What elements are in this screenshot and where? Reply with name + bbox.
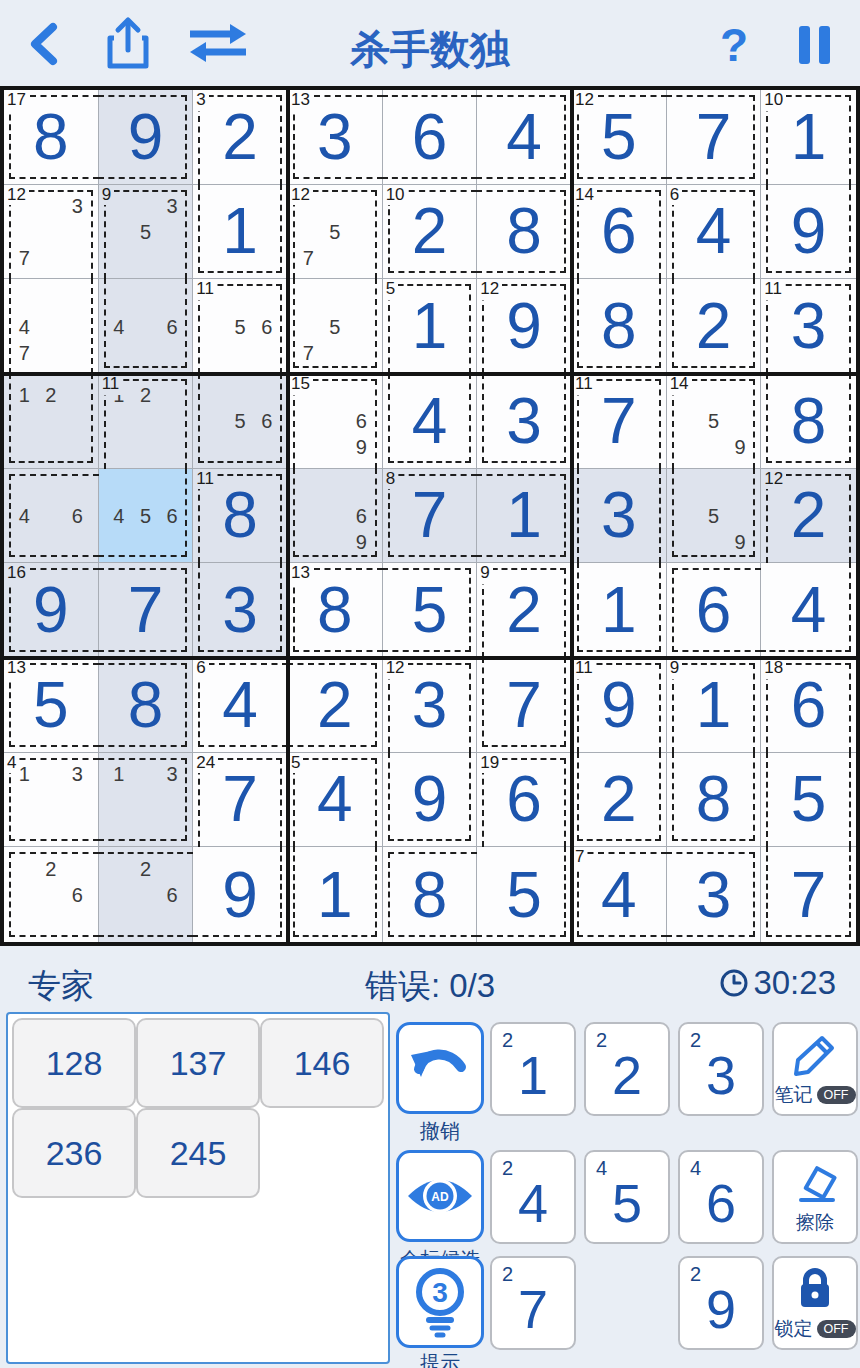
timer-value: 30:23 (753, 964, 836, 1002)
cage-sum-label: 11 (764, 280, 785, 300)
cell-r6c3[interactable]: 3 (193, 563, 288, 658)
cell-value: 9 (193, 847, 287, 942)
cell-r2c5[interactable]: 102 (383, 185, 478, 280)
cell-r9c3[interactable]: 9 (193, 847, 288, 942)
cell-r1c4[interactable]: 133 (288, 90, 383, 185)
candidates: 47 (11, 288, 91, 366)
candidates: 26 (106, 856, 186, 935)
cell-value: 1 (193, 185, 287, 279)
cell-r8c4[interactable]: 54 (288, 753, 383, 848)
cage-sum-label: 11 (102, 375, 123, 395)
cell-value: 5 (761, 753, 856, 847)
cell-r5c9[interactable]: 122 (761, 469, 856, 564)
cell-value: 2 (572, 753, 666, 847)
cell-r7c8[interactable]: 91 (667, 658, 762, 753)
cell-r8c6[interactable]: 196 (477, 753, 572, 848)
cell-r5c2[interactable]: 456 (99, 469, 194, 564)
cell-r9c5[interactable]: 8 (383, 847, 478, 942)
cage-sum-label: 12 (764, 470, 786, 490)
cage-sum-label: 12 (7, 186, 29, 206)
cell-value: 3 (572, 469, 666, 563)
cell-r4c8[interactable]: 1459 (667, 374, 762, 469)
cage-sum-label: 10 (386, 186, 408, 206)
cage-sum-label: 10 (764, 91, 786, 111)
cell-r5c5[interactable]: 87 (383, 469, 478, 564)
svg-text:AD: AD (431, 1190, 449, 1204)
numpad-2[interactable]: 2 2 (584, 1022, 670, 1116)
cell-r1c2[interactable]: 9 (99, 90, 194, 185)
cell-value: 8 (99, 658, 193, 752)
cell-value: 7 (99, 563, 193, 657)
cell-r8c9[interactable]: 5 (761, 753, 856, 848)
cage-sum-label: 6 (670, 186, 682, 206)
cage-sum-label: 13 (7, 659, 29, 679)
combo-chip[interactable]: 146 (260, 1018, 384, 1108)
cage-sum-label: 6 (196, 659, 208, 679)
cage-sum-label: 15 (291, 375, 313, 395)
cell-r7c7[interactable]: 119 (572, 658, 667, 753)
sudoku-board: 1789321336412571011237935112571028146649… (0, 86, 860, 946)
cage-sum-label: 13 (291, 91, 313, 111)
cell-r5c1[interactable]: 46 (4, 469, 99, 564)
cage-sum-label: 3 (196, 91, 208, 111)
cell-r7c3[interactable]: 64 (193, 658, 288, 753)
erase-button[interactable]: 擦除 (772, 1150, 858, 1244)
cage-sum-label: 11 (196, 280, 217, 300)
cage-sum-label: 5 (386, 280, 398, 300)
candidates: 13 (11, 762, 91, 840)
cell-r2c9[interactable]: 9 (761, 185, 856, 280)
cage-sum-label: 12 (575, 91, 597, 111)
combo-chip[interactable]: 236 (12, 1108, 136, 1198)
cage-sum-label: 9 (480, 564, 492, 584)
cage-sum-label: 14 (670, 375, 692, 395)
cell-r3c4[interactable]: 57 (288, 279, 383, 374)
header-bar: 杀手数独 ? (0, 0, 860, 86)
cell-value: 8 (761, 374, 856, 468)
cage-sum-label: 18 (764, 659, 786, 679)
cell-r7c1[interactable]: 135 (4, 658, 99, 753)
cell-value: 8 (572, 279, 666, 373)
candidates: 12 (11, 383, 91, 461)
numpad-9[interactable]: 2 9 (678, 1256, 764, 1350)
cell-r1c6[interactable]: 4 (477, 90, 572, 185)
hint-bulb-icon: 3 (411, 1266, 469, 1338)
cell-r2c2[interactable]: 935 (99, 185, 194, 280)
cell-value: 8 (383, 847, 477, 942)
cell-value: 9 (99, 90, 193, 184)
numpad-5[interactable]: 4 5 (584, 1150, 670, 1244)
cell-r6c5[interactable]: 5 (383, 563, 478, 658)
pencil-icon (792, 1032, 838, 1078)
cell-r5c4[interactable]: 69 (288, 469, 383, 564)
cell-r9c6[interactable]: 5 (477, 847, 572, 942)
pause-button[interactable] (799, 26, 830, 64)
cell-r4c2[interactable]: 1112 (99, 374, 194, 469)
lock-label: 锁定 (775, 1316, 813, 1342)
notes-button[interactable]: 笔记 OFF (772, 1022, 858, 1116)
timer: 30:23 (719, 964, 836, 1002)
cell-r6c7[interactable]: 1 (572, 563, 667, 658)
cell-r9c8[interactable]: 3 (667, 847, 762, 942)
cell-r1c3[interactable]: 32 (193, 90, 288, 185)
cell-r3c9[interactable]: 113 (761, 279, 856, 374)
lock-state-badge: OFF (817, 1320, 856, 1338)
eye-ad-icon: AD (404, 1170, 476, 1222)
cell-value: 7 (667, 90, 761, 184)
cage-sum-label: 4 (7, 754, 19, 774)
cell-value: 2 (667, 279, 761, 373)
cell-r3c5[interactable]: 51 (383, 279, 478, 374)
cell-r8c1[interactable]: 413 (4, 753, 99, 848)
cell-r8c2[interactable]: 13 (99, 753, 194, 848)
numpad-1[interactable]: 2 1 (490, 1022, 576, 1116)
cell-r6c4[interactable]: 138 (288, 563, 383, 658)
combo-chip[interactable]: 137 (136, 1018, 260, 1108)
cell-value: 8 (477, 185, 571, 279)
cell-value: 2 (288, 658, 382, 752)
lock-icon (794, 1266, 836, 1310)
notes-label: 笔记 (775, 1082, 813, 1108)
cage-sum-label: 7 (575, 848, 587, 868)
cell-r9c9[interactable]: 7 (761, 847, 856, 942)
cell-value: 7 (761, 847, 856, 942)
cell-r7c2[interactable]: 8 (99, 658, 194, 753)
cell-r7c5[interactable]: 123 (383, 658, 478, 753)
cell-r2c4[interactable]: 1257 (288, 185, 383, 280)
cell-value: 5 (383, 563, 477, 657)
cell-r4c9[interactable]: 8 (761, 374, 856, 469)
cage-sum-label: 24 (196, 754, 218, 774)
cell-r9c2[interactable]: 26 (99, 847, 194, 942)
numpad-4[interactable]: 2 4 (490, 1150, 576, 1244)
cell-r4c4[interactable]: 1569 (288, 374, 383, 469)
cell-r1c8[interactable]: 7 (667, 90, 762, 185)
status-bar: 专家 错误: 0/3 30:23 (0, 956, 860, 1008)
eraser-icon (791, 1160, 839, 1204)
combo-chip[interactable]: 245 (136, 1108, 260, 1198)
candidates: 26 (11, 856, 91, 935)
cell-value: 4 (761, 563, 856, 657)
cell-r4c7[interactable]: 117 (572, 374, 667, 469)
candidates: 46 (106, 288, 186, 366)
cell-r8c8[interactable]: 8 (667, 753, 762, 848)
cell-r9c4[interactable]: 1 (288, 847, 383, 942)
cage-sum-label: 12 (291, 186, 313, 206)
undo-label: 撤销 (360, 1118, 520, 1145)
cell-r1c1[interactable]: 178 (4, 90, 99, 185)
cell-value: 7 (477, 658, 571, 752)
cell-value: 5 (477, 847, 571, 942)
candidates: 57 (295, 288, 375, 366)
cage-sum-label: 5 (291, 754, 303, 774)
candidates: 35 (106, 194, 186, 272)
cell-value: 9 (761, 185, 856, 279)
cell-r6c8[interactable]: 6 (667, 563, 762, 658)
cell-r2c1[interactable]: 1237 (4, 185, 99, 280)
clock-icon (719, 968, 749, 998)
cell-r1c9[interactable]: 101 (761, 90, 856, 185)
candidates: 59 (674, 478, 754, 556)
notes-state-badge: OFF (817, 1086, 856, 1104)
cell-r4c1[interactable]: 12 (4, 374, 99, 469)
cell-r1c7[interactable]: 125 (572, 90, 667, 185)
cage-sum-label: 11 (575, 375, 596, 395)
cell-value: 1 (477, 469, 571, 563)
cell-r5c3[interactable]: 118 (193, 469, 288, 564)
cell-r3c6[interactable]: 129 (477, 279, 572, 374)
cell-r5c6[interactable]: 1 (477, 469, 572, 564)
cell-r2c3[interactable]: 1 (193, 185, 288, 280)
cell-r7c4[interactable]: 2 (288, 658, 383, 753)
cell-value: 4 (477, 90, 571, 184)
undo-button[interactable] (396, 1022, 484, 1114)
numpad-6[interactable]: 4 6 (678, 1150, 764, 1244)
candidates: 46 (11, 478, 91, 556)
cell-r1c5[interactable]: 6 (383, 90, 478, 185)
cell-r4c6[interactable]: 3 (477, 374, 572, 469)
numpad-7[interactable]: 2 7 (490, 1256, 576, 1350)
cell-r2c6[interactable]: 8 (477, 185, 572, 280)
hint-label: 提示 (360, 1350, 520, 1368)
cage-sum-label: 9 (102, 186, 114, 206)
undo-arrow-icon (409, 1041, 471, 1095)
cell-r2c7[interactable]: 146 (572, 185, 667, 280)
cell-r6c2[interactable]: 7 (99, 563, 194, 658)
auto-note-button[interactable]: AD (396, 1150, 484, 1242)
cell-value: 9 (383, 753, 477, 847)
cage-sum-label: 11 (196, 470, 217, 490)
pause-icon (799, 26, 810, 64)
cell-r3c2[interactable]: 46 (99, 279, 194, 374)
cell-value: 6 (667, 563, 761, 657)
cage-sum-label: 19 (480, 754, 502, 774)
numpad-3[interactable]: 2 3 (678, 1022, 764, 1116)
combo-chip[interactable]: 128 (12, 1018, 136, 1108)
cell-r9c7[interactable]: 74 (572, 847, 667, 942)
cell-r8c5[interactable]: 9 (383, 753, 478, 848)
candidates: 13 (106, 762, 186, 840)
erase-label: 擦除 (796, 1210, 834, 1236)
cell-r8c7[interactable]: 2 (572, 753, 667, 848)
cage-sum-label: 17 (7, 91, 29, 111)
cell-r4c5[interactable]: 4 (383, 374, 478, 469)
cell-r6c6[interactable]: 92 (477, 563, 572, 658)
cage-sum-label: 9 (670, 659, 682, 679)
killer-sudoku-app: 杀手数独 ? 178932133641257101123793511257102… (0, 0, 860, 1368)
cell-value: 3 (193, 563, 287, 657)
lock-button[interactable]: 锁定 OFF (772, 1256, 858, 1350)
cell-value: 4 (383, 374, 477, 468)
cell-r5c7[interactable]: 3 (572, 469, 667, 564)
candidates: 456 (106, 478, 186, 556)
cell-r8c3[interactable]: 247 (193, 753, 288, 848)
cell-value: 8 (667, 753, 761, 847)
cell-r6c1[interactable]: 169 (4, 563, 99, 658)
cage-sum-label: 12 (480, 280, 502, 300)
help-button[interactable]: ? (720, 18, 748, 72)
candidates: 69 (295, 478, 375, 556)
cage-sum-label: 11 (575, 659, 596, 679)
cell-r7c6[interactable]: 7 (477, 658, 572, 753)
cell-r6c9[interactable]: 4 (761, 563, 856, 658)
hint-count-badge: 3 (432, 1277, 448, 1308)
candidates: 56 (200, 383, 280, 461)
cage-sum-label: 14 (575, 186, 597, 206)
cell-r7c9[interactable]: 186 (761, 658, 856, 753)
cell-r3c1[interactable]: 47 (4, 279, 99, 374)
cage-sum-label: 12 (386, 659, 408, 679)
cage-combinations-panel: 128 137 146 236 245 (6, 1012, 390, 1364)
cell-r2c8[interactable]: 64 (667, 185, 762, 280)
cell-r5c8[interactable]: 59 (667, 469, 762, 564)
cell-value: 6 (383, 90, 477, 184)
cell-value: 3 (477, 374, 571, 468)
cage-sum-label: 16 (7, 564, 29, 584)
hint-button[interactable]: 3 (396, 1256, 484, 1348)
cell-r4c3[interactable]: 56 (193, 374, 288, 469)
cage-sum-label: 13 (291, 564, 313, 584)
cell-r3c3[interactable]: 1156 (193, 279, 288, 374)
cell-r3c8[interactable]: 2 (667, 279, 762, 374)
cell-value: 1 (288, 847, 382, 942)
cell-r9c1[interactable]: 26 (4, 847, 99, 942)
cage-sum-label: 8 (386, 470, 398, 490)
cell-r3c7[interactable]: 8 (572, 279, 667, 374)
cell-value: 3 (667, 847, 761, 942)
cell-value: 1 (572, 563, 666, 657)
